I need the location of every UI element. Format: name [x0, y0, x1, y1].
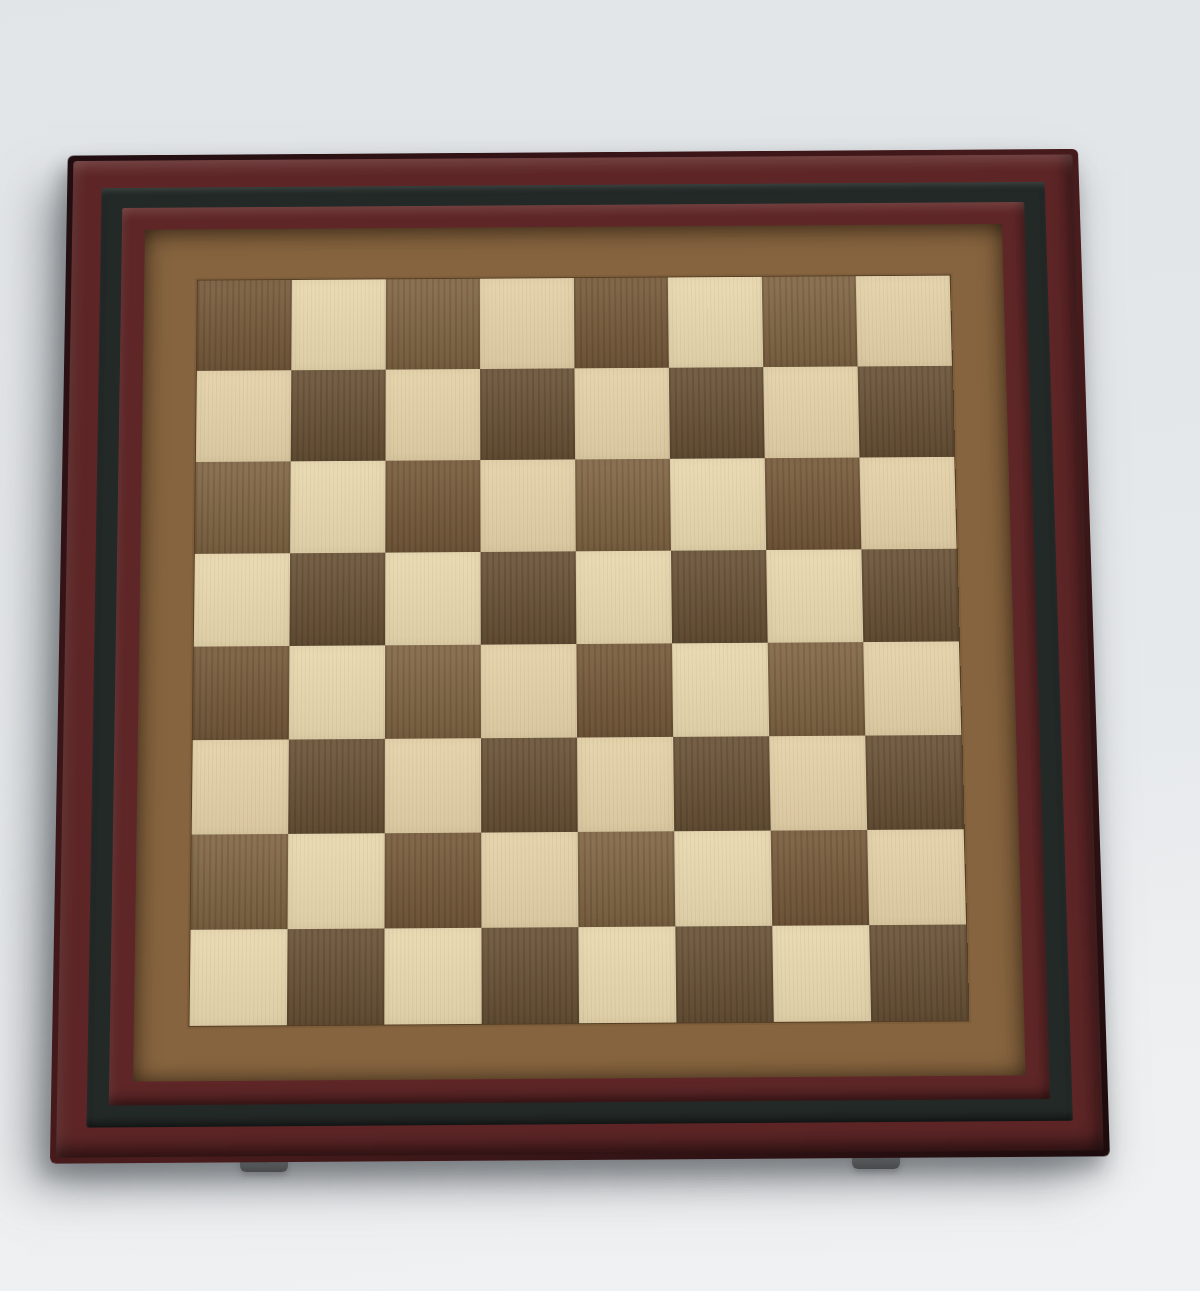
board-square[interactable] — [575, 459, 671, 552]
board-square[interactable] — [766, 549, 863, 642]
photo-backdrop — [0, 0, 1200, 1291]
board-square[interactable] — [196, 370, 291, 462]
board-square[interactable] — [190, 929, 288, 1026]
board-square[interactable] — [191, 834, 289, 930]
board-grid — [190, 276, 969, 1026]
board-square[interactable] — [386, 279, 480, 370]
board-square[interactable] — [574, 277, 669, 368]
board-square[interactable] — [669, 367, 765, 459]
board-square[interactable] — [481, 832, 578, 928]
frame-molding — [56, 154, 1104, 1157]
board-square[interactable] — [481, 738, 578, 833]
board-square[interactable] — [668, 277, 763, 368]
board-square[interactable] — [480, 278, 575, 369]
board-square[interactable] — [289, 645, 385, 739]
board-square[interactable] — [192, 740, 289, 835]
board-square[interactable] — [867, 829, 966, 925]
board-square[interactable] — [769, 736, 867, 831]
board-square[interactable] — [865, 735, 963, 830]
board-square[interactable] — [480, 459, 575, 552]
board-square[interactable] — [287, 928, 385, 1025]
board-square[interactable] — [576, 551, 672, 644]
board-square[interactable] — [772, 925, 871, 1022]
board-square[interactable] — [765, 458, 862, 551]
board-square[interactable] — [869, 924, 968, 1021]
board-square[interactable] — [288, 833, 385, 929]
board-square[interactable] — [576, 643, 673, 737]
board-square[interactable] — [670, 458, 766, 551]
frame-outer-edge — [50, 149, 1110, 1164]
board-square[interactable] — [674, 831, 772, 927]
board-square[interactable] — [672, 643, 769, 737]
board-square[interactable] — [481, 927, 579, 1024]
board-square[interactable] — [288, 739, 385, 834]
board-square[interactable] — [289, 553, 385, 646]
board-square[interactable] — [481, 551, 577, 644]
board-square[interactable] — [578, 926, 676, 1023]
board-square[interactable] — [861, 549, 959, 642]
board-square[interactable] — [762, 276, 858, 367]
board-square[interactable] — [194, 553, 290, 646]
board-square[interactable] — [763, 366, 859, 458]
board-square[interactable] — [193, 646, 290, 740]
board-square[interactable] — [578, 831, 676, 927]
chess-board — [50, 149, 1110, 1164]
board-square[interactable] — [671, 550, 768, 643]
board-square[interactable] — [863, 641, 961, 735]
board-square[interactable] — [197, 280, 292, 371]
board-square[interactable] — [574, 368, 669, 460]
board-square[interactable] — [856, 276, 952, 367]
board-square[interactable] — [291, 279, 386, 370]
board-border — [133, 224, 1026, 1082]
board-square[interactable] — [291, 370, 386, 462]
board-square[interactable] — [771, 830, 869, 926]
board-square[interactable] — [481, 644, 577, 738]
board-square[interactable] — [385, 369, 480, 461]
board-square[interactable] — [768, 642, 866, 736]
board-square[interactable] — [385, 460, 480, 553]
board-square[interactable] — [480, 368, 575, 460]
frame-inner-lip — [109, 202, 1050, 1106]
frame-groove — [87, 182, 1073, 1128]
board-square[interactable] — [577, 737, 674, 832]
board-square[interactable] — [675, 926, 773, 1023]
board-square[interactable] — [385, 552, 481, 645]
board-square[interactable] — [385, 738, 482, 833]
board-square[interactable] — [385, 645, 481, 739]
board-square[interactable] — [858, 366, 955, 458]
board-square[interactable] — [290, 461, 385, 554]
board-square[interactable] — [384, 833, 481, 929]
board-square[interactable] — [673, 736, 771, 831]
board-square[interactable] — [859, 457, 956, 550]
board-square[interactable] — [384, 928, 481, 1025]
board-square[interactable] — [195, 461, 291, 554]
